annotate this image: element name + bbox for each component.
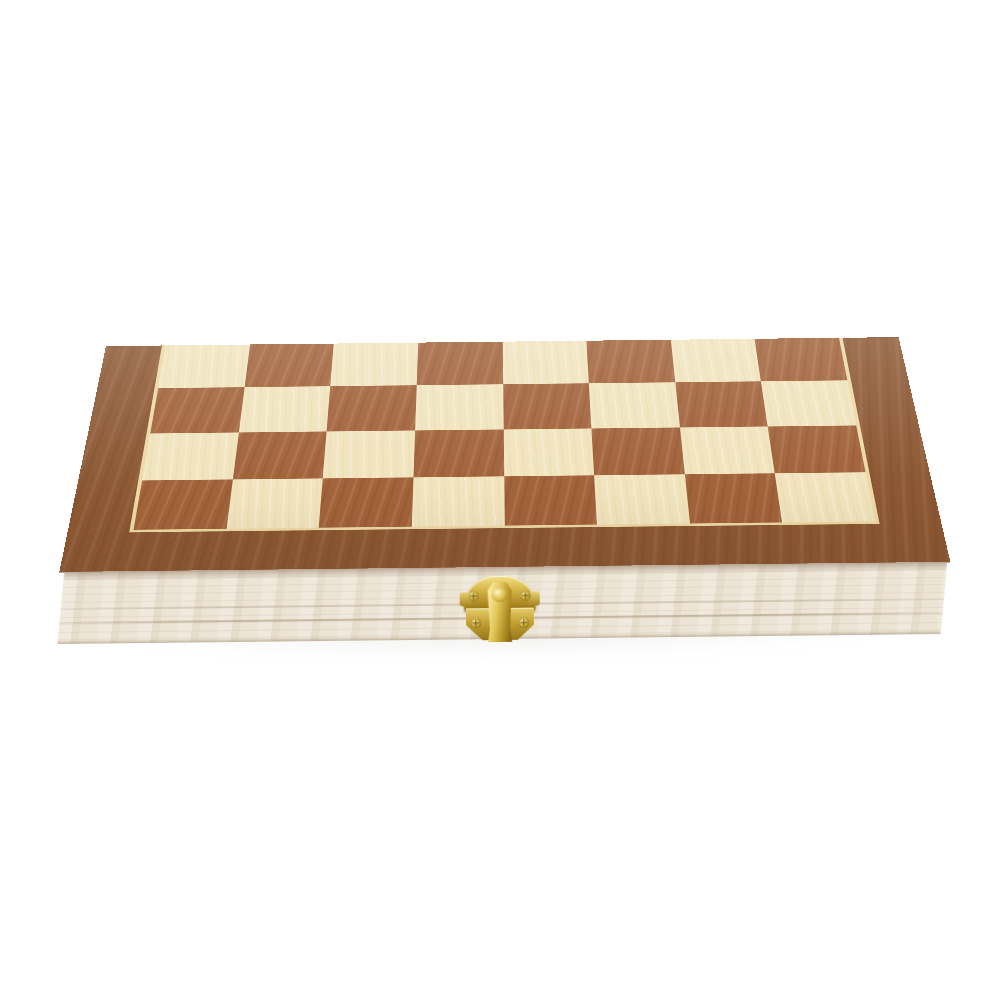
square-d7 — [415, 384, 503, 430]
square-h5 — [775, 472, 875, 522]
board-playing-area — [129, 338, 879, 533]
square-a6 — [142, 432, 238, 480]
square-e7 — [503, 383, 592, 429]
clasp-pivot-knob — [492, 588, 508, 602]
square-e6 — [503, 428, 594, 476]
square-c7 — [327, 385, 417, 431]
square-g7 — [675, 381, 768, 427]
board-top-face — [59, 337, 950, 572]
square-c5 — [319, 477, 413, 527]
square-b8 — [244, 344, 334, 388]
square-a8 — [158, 345, 250, 389]
square-c6 — [323, 430, 415, 478]
square-e5 — [504, 475, 597, 525]
screw-icon — [519, 618, 529, 628]
square-d6 — [413, 429, 503, 477]
square-h7 — [761, 380, 856, 426]
chess-box — [56, 317, 953, 657]
square-d8 — [417, 342, 503, 386]
screw-icon — [469, 591, 479, 601]
screw-icon — [521, 591, 531, 601]
square-b7 — [239, 386, 331, 432]
square-g6 — [680, 426, 775, 474]
square-f6 — [591, 427, 684, 475]
square-d5 — [412, 476, 505, 526]
square-f5 — [594, 474, 690, 524]
square-f7 — [589, 382, 680, 428]
screw-icon — [471, 618, 481, 628]
square-a5 — [134, 479, 233, 530]
square-b6 — [233, 431, 327, 479]
square-c8 — [330, 343, 418, 387]
square-g8 — [671, 339, 762, 383]
square-e8 — [502, 341, 589, 385]
square-a7 — [150, 387, 244, 433]
square-h6 — [768, 425, 865, 473]
square-h8 — [755, 338, 848, 382]
product-photo — [0, 0, 1000, 1000]
square-g5 — [685, 473, 783, 523]
square-b5 — [226, 478, 323, 529]
square-f8 — [586, 340, 675, 384]
clasp-latch — [457, 574, 542, 647]
chessboard-grid — [134, 338, 876, 530]
